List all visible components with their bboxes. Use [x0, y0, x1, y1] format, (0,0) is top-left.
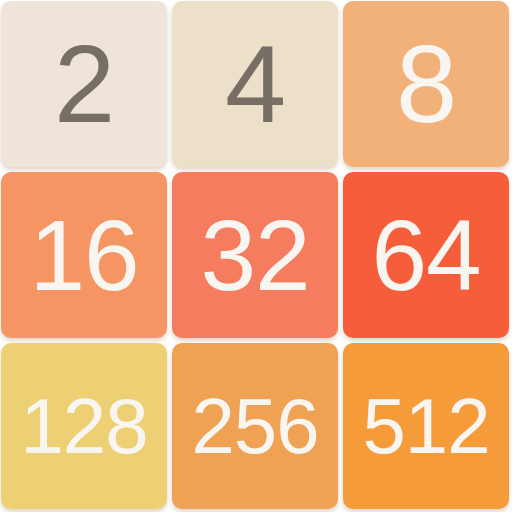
- tile-32: 32: [172, 172, 338, 338]
- tile-8: 8: [343, 1, 509, 167]
- tile-64: 64: [343, 172, 509, 338]
- tile-256: 256: [172, 343, 338, 509]
- board-2048[interactable]: 248163264128256512: [0, 0, 512, 512]
- tile-2: 2: [1, 1, 167, 167]
- tile-128: 128: [1, 343, 167, 509]
- tile-16: 16: [1, 172, 167, 338]
- tile-4: 4: [172, 1, 338, 167]
- tile-512: 512: [343, 343, 509, 509]
